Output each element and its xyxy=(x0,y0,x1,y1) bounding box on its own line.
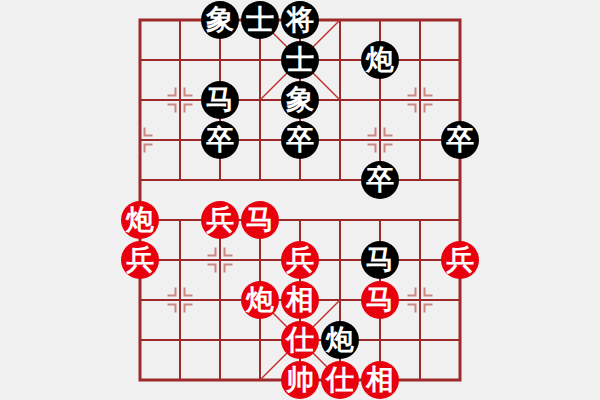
red-horse-piece[interactable]: 马 xyxy=(361,281,399,319)
intersection: 士 xyxy=(240,0,280,40)
intersection: 卒 xyxy=(360,160,400,200)
black-cannon-piece[interactable]: 炮 xyxy=(321,321,359,359)
intersection: 帅 xyxy=(280,360,320,400)
red-elephant-piece[interactable]: 相 xyxy=(361,361,399,399)
red-soldier-piece[interactable]: 兵 xyxy=(201,201,239,239)
black-elephant-piece[interactable]: 象 xyxy=(281,81,319,119)
intersection: 炮 xyxy=(240,280,280,320)
intersection: 将 xyxy=(280,0,320,40)
black-soldier-piece[interactable]: 卒 xyxy=(441,121,479,159)
red-cannon-piece[interactable]: 炮 xyxy=(241,281,279,319)
red-soldier-piece[interactable]: 兵 xyxy=(281,241,319,279)
red-general-piece[interactable]: 帅 xyxy=(281,361,319,399)
intersection: 兵 xyxy=(200,200,240,240)
intersection: 兵 xyxy=(440,240,480,280)
intersection: 马 xyxy=(200,80,240,120)
red-advisor-piece[interactable]: 仕 xyxy=(281,321,319,359)
intersection: 炮 xyxy=(320,320,360,360)
board-intersections: 象士将士炮马象卒卒卒卒炮兵马兵兵马兵炮相马仕炮帅仕相 xyxy=(120,0,480,400)
black-soldier-piece[interactable]: 卒 xyxy=(201,121,239,159)
intersection: 炮 xyxy=(120,200,160,240)
red-advisor-piece[interactable]: 仕 xyxy=(321,361,359,399)
intersection: 卒 xyxy=(200,120,240,160)
intersection: 仕 xyxy=(320,360,360,400)
intersection: 马 xyxy=(240,200,280,240)
intersection: 相 xyxy=(360,360,400,400)
intersection: 兵 xyxy=(280,240,320,280)
intersection: 马 xyxy=(360,280,400,320)
intersection: 仕 xyxy=(280,320,320,360)
red-horse-piece[interactable]: 马 xyxy=(241,201,279,239)
black-horse-piece[interactable]: 马 xyxy=(361,241,399,279)
black-advisor-piece[interactable]: 士 xyxy=(281,41,319,79)
red-soldier-piece[interactable]: 兵 xyxy=(441,241,479,279)
red-elephant-piece[interactable]: 相 xyxy=(281,281,319,319)
intersection: 卒 xyxy=(440,120,480,160)
black-general-piece[interactable]: 将 xyxy=(281,1,319,39)
black-soldier-piece[interactable]: 卒 xyxy=(281,121,319,159)
black-elephant-piece[interactable]: 象 xyxy=(201,1,239,39)
xiangqi-board: 象士将士炮马象卒卒卒卒炮兵马兵兵马兵炮相马仕炮帅仕相 xyxy=(0,0,600,400)
intersection: 马 xyxy=(360,240,400,280)
intersection: 炮 xyxy=(360,40,400,80)
black-soldier-piece[interactable]: 卒 xyxy=(361,161,399,199)
intersection: 象 xyxy=(200,0,240,40)
intersection: 士 xyxy=(280,40,320,80)
black-advisor-piece[interactable]: 士 xyxy=(241,1,279,39)
black-horse-piece[interactable]: 马 xyxy=(201,81,239,119)
intersection: 兵 xyxy=(120,240,160,280)
black-cannon-piece[interactable]: 炮 xyxy=(361,41,399,79)
red-cannon-piece[interactable]: 炮 xyxy=(121,201,159,239)
intersection: 卒 xyxy=(280,120,320,160)
red-soldier-piece[interactable]: 兵 xyxy=(121,241,159,279)
intersection: 相 xyxy=(280,280,320,320)
intersection: 象 xyxy=(280,80,320,120)
